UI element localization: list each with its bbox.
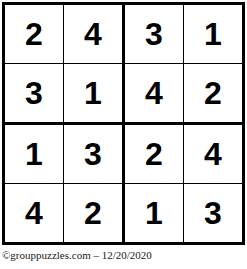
sudoku-board: 2431314213244213	[2, 2, 245, 245]
sudoku-cell-r2c4: 2	[184, 64, 242, 125]
sudoku-cell-r3c4: 4	[184, 125, 242, 184]
sudoku-cell-r4c4: 3	[184, 184, 242, 242]
sudoku-cell-r2c1: 3	[5, 64, 64, 125]
sudoku-cell-r4c2: 2	[64, 184, 125, 242]
sudoku-cell-r3c2: 3	[64, 125, 125, 184]
sudoku-cell-r3c1: 1	[5, 125, 64, 184]
sudoku-cell-r1c3: 3	[125, 5, 184, 64]
sudoku-cell-r2c2: 1	[64, 64, 125, 125]
sudoku-cell-r2c3: 4	[125, 64, 184, 125]
sudoku-cell-r1c1: 2	[5, 5, 64, 64]
sudoku-cell-r3c3: 2	[125, 125, 184, 184]
page: 2431314213244213 ©grouppuzzles.com – 12/…	[0, 0, 247, 269]
sudoku-cell-r1c4: 1	[184, 5, 242, 64]
sudoku-cell-r1c2: 4	[64, 5, 125, 64]
sudoku-cell-r4c3: 1	[125, 184, 184, 242]
sudoku-cell-r4c1: 4	[5, 184, 64, 242]
copyright-footer: ©grouppuzzles.com – 12/20/2020	[2, 249, 152, 261]
